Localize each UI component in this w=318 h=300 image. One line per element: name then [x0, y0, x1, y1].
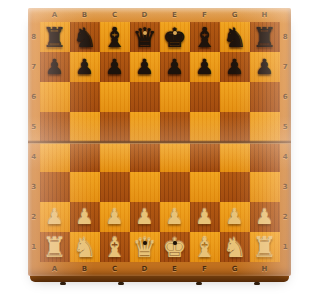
- piece-black-pawn: ♟: [45, 57, 64, 78]
- square-h5[interactable]: [250, 112, 280, 142]
- square-b4[interactable]: [70, 142, 100, 172]
- finial-dot: [143, 31, 147, 35]
- piece-white-pawn: ♟: [135, 207, 154, 228]
- square-d6[interactable]: [130, 82, 160, 112]
- file-label-bottom-g: G: [220, 262, 250, 276]
- piece-black-pawn: ♟: [135, 57, 154, 78]
- square-c3[interactable]: [100, 172, 130, 202]
- square-c4[interactable]: [100, 142, 130, 172]
- piece-white-rook: ♜: [42, 234, 66, 261]
- rank-label-right-4: 4: [280, 142, 292, 172]
- square-d8[interactable]: ♛: [130, 22, 160, 52]
- rank-label-left-6: 6: [28, 82, 40, 112]
- square-d4[interactable]: [130, 142, 160, 172]
- square-b8[interactable]: ♞: [70, 22, 100, 52]
- square-e2[interactable]: ♟: [160, 202, 190, 232]
- square-d2[interactable]: ♟: [130, 202, 160, 232]
- rank-label-left-2: 2: [28, 202, 40, 232]
- board-border-corner: [280, 262, 292, 276]
- file-label-bottom-c: C: [100, 262, 130, 276]
- finial-dot: [173, 241, 177, 245]
- square-g7[interactable]: ♟: [220, 52, 250, 82]
- square-a4[interactable]: [40, 142, 70, 172]
- square-c6[interactable]: [100, 82, 130, 112]
- rank-label-left-7: 7: [28, 52, 40, 82]
- file-label-top-g: G: [220, 8, 250, 22]
- chess-set-photo: ABCDEFGH8♜♞♝♛♚♝♞♜87♟♟♟♟♟♟♟♟7665544332♟♟♟…: [0, 0, 318, 300]
- square-e1[interactable]: ♚: [160, 232, 190, 262]
- piece-black-bishop: ♝: [192, 24, 216, 51]
- file-label-top-e: E: [160, 8, 190, 22]
- square-f2[interactable]: ♟: [190, 202, 220, 232]
- piece-black-pawn: ♟: [165, 57, 184, 78]
- board-foot: [60, 282, 66, 285]
- square-e8[interactable]: ♚: [160, 22, 190, 52]
- rank-label-right-5: 5: [280, 112, 292, 142]
- piece-white-pawn: ♟: [195, 207, 214, 228]
- square-b1[interactable]: ♞: [70, 232, 100, 262]
- square-c8[interactable]: ♝: [100, 22, 130, 52]
- file-label-top-a: A: [40, 8, 70, 22]
- square-a3[interactable]: [40, 172, 70, 202]
- piece-black-rook: ♜: [252, 24, 276, 51]
- square-c7[interactable]: ♟: [100, 52, 130, 82]
- piece-black-knight: ♞: [72, 24, 96, 51]
- square-c2[interactable]: ♟: [100, 202, 130, 232]
- piece-white-knight: ♞: [72, 234, 96, 261]
- square-f7[interactable]: ♟: [190, 52, 220, 82]
- piece-white-pawn: ♟: [255, 207, 274, 228]
- piece-black-bishop: ♝: [102, 24, 126, 51]
- square-f6[interactable]: [190, 82, 220, 112]
- piece-white-knight: ♞: [222, 234, 246, 261]
- square-f8[interactable]: ♝: [190, 22, 220, 52]
- board-border-corner: [28, 8, 40, 22]
- square-g3[interactable]: [220, 172, 250, 202]
- piece-black-pawn: ♟: [225, 57, 244, 78]
- square-h2[interactable]: ♟: [250, 202, 280, 232]
- file-label-bottom-e: E: [160, 262, 190, 276]
- piece-black-pawn: ♟: [105, 57, 124, 78]
- square-h3[interactable]: [250, 172, 280, 202]
- square-h6[interactable]: [250, 82, 280, 112]
- square-g6[interactable]: [220, 82, 250, 112]
- rank-label-right-6: 6: [280, 82, 292, 112]
- square-c1[interactable]: ♝: [100, 232, 130, 262]
- piece-black-rook: ♜: [42, 24, 66, 51]
- file-label-bottom-b: B: [70, 262, 100, 276]
- chess-board: ABCDEFGH8♜♞♝♛♚♝♞♜87♟♟♟♟♟♟♟♟7665544332♟♟♟…: [28, 8, 291, 276]
- square-h7[interactable]: ♟: [250, 52, 280, 82]
- square-h4[interactable]: [250, 142, 280, 172]
- file-label-bottom-f: F: [190, 262, 220, 276]
- square-b3[interactable]: [70, 172, 100, 202]
- piece-black-knight: ♞: [222, 24, 246, 51]
- square-a8[interactable]: ♜: [40, 22, 70, 52]
- rank-label-left-1: 1: [28, 232, 40, 262]
- square-g8[interactable]: ♞: [220, 22, 250, 52]
- rank-label-right-7: 7: [280, 52, 292, 82]
- finial-dot: [173, 31, 177, 35]
- file-label-top-b: B: [70, 8, 100, 22]
- square-g5[interactable]: [220, 112, 250, 142]
- rank-label-right-3: 3: [280, 172, 292, 202]
- file-label-top-c: C: [100, 8, 130, 22]
- file-label-bottom-d: D: [130, 262, 160, 276]
- square-d1[interactable]: ♛: [130, 232, 160, 262]
- rank-label-right-1: 1: [280, 232, 292, 262]
- square-d3[interactable]: [130, 172, 160, 202]
- square-e3[interactable]: [160, 172, 190, 202]
- square-b6[interactable]: [70, 82, 100, 112]
- square-a6[interactable]: [40, 82, 70, 112]
- rank-label-left-8: 8: [28, 22, 40, 52]
- rank-label-right-2: 2: [280, 202, 292, 232]
- square-e5[interactable]: [160, 112, 190, 142]
- square-e7[interactable]: ♟: [160, 52, 190, 82]
- square-a2[interactable]: ♟: [40, 202, 70, 232]
- rank-label-left-4: 4: [28, 142, 40, 172]
- piece-white-queen: ♛: [132, 234, 156, 261]
- square-g4[interactable]: [220, 142, 250, 172]
- piece-white-pawn: ♟: [225, 207, 244, 228]
- board-foot: [118, 282, 124, 285]
- piece-white-bishop: ♝: [102, 234, 126, 261]
- piece-black-king: ♚: [162, 24, 186, 51]
- piece-white-bishop: ♝: [192, 234, 216, 261]
- square-e6[interactable]: [160, 82, 190, 112]
- piece-black-pawn: ♟: [75, 57, 94, 78]
- square-h1[interactable]: ♜: [250, 232, 280, 262]
- square-d5[interactable]: [130, 112, 160, 142]
- piece-white-pawn: ♟: [165, 207, 184, 228]
- file-label-top-h: H: [250, 8, 280, 22]
- piece-white-rook: ♜: [252, 234, 276, 261]
- square-e4[interactable]: [160, 142, 190, 172]
- board-border-corner: [280, 8, 292, 22]
- board-foot: [254, 282, 260, 285]
- piece-white-pawn: ♟: [105, 207, 124, 228]
- piece-white-pawn: ♟: [45, 207, 64, 228]
- rank-label-right-8: 8: [280, 22, 292, 52]
- square-c5[interactable]: [100, 112, 130, 142]
- piece-black-pawn: ♟: [195, 57, 214, 78]
- rank-label-left-3: 3: [28, 172, 40, 202]
- piece-white-pawn: ♟: [75, 207, 94, 228]
- square-a5[interactable]: [40, 112, 70, 142]
- piece-black-pawn: ♟: [255, 57, 274, 78]
- rank-label-left-5: 5: [28, 112, 40, 142]
- square-b5[interactable]: [70, 112, 100, 142]
- square-a1[interactable]: ♜: [40, 232, 70, 262]
- square-a7[interactable]: ♟: [40, 52, 70, 82]
- square-g2[interactable]: ♟: [220, 202, 250, 232]
- file-label-top-f: F: [190, 8, 220, 22]
- square-d7[interactable]: ♟: [130, 52, 160, 82]
- square-h8[interactable]: ♜: [250, 22, 280, 52]
- file-label-bottom-h: H: [250, 262, 280, 276]
- square-f4[interactable]: [190, 142, 220, 172]
- square-f1[interactable]: ♝: [190, 232, 220, 262]
- square-f5[interactable]: [190, 112, 220, 142]
- finial-dot: [143, 241, 147, 245]
- board-border-corner: [28, 262, 40, 276]
- square-b7[interactable]: ♟: [70, 52, 100, 82]
- piece-black-queen: ♛: [132, 24, 156, 51]
- file-label-bottom-a: A: [40, 262, 70, 276]
- piece-white-king: ♚: [162, 234, 186, 261]
- square-b2[interactable]: ♟: [70, 202, 100, 232]
- board-foot: [196, 282, 202, 285]
- square-g1[interactable]: ♞: [220, 232, 250, 262]
- file-label-top-d: D: [130, 8, 160, 22]
- square-f3[interactable]: [190, 172, 220, 202]
